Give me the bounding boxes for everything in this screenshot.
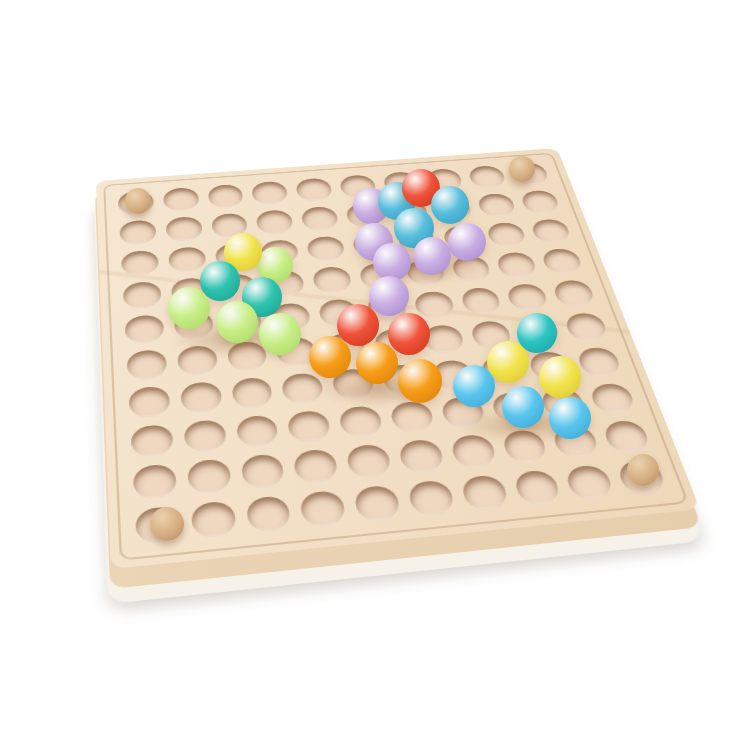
hole-cell	[339, 439, 400, 485]
hole[interactable]	[397, 439, 445, 475]
hole[interactable]	[505, 283, 550, 312]
hole-cell	[117, 277, 167, 314]
hole-cell	[177, 414, 234, 459]
hole-cell	[119, 310, 171, 349]
bead-red[interactable]	[337, 304, 379, 346]
corner-peg[interactable]	[627, 454, 659, 486]
hole[interactable]	[287, 409, 333, 443]
bead-yellow[interactable]	[487, 341, 529, 383]
hole-cell	[124, 419, 180, 464]
bead-blue[interactable]	[453, 365, 495, 407]
hole[interactable]	[230, 376, 274, 409]
hole[interactable]	[519, 189, 561, 214]
hole-cell	[157, 183, 205, 215]
hole-cell	[250, 205, 300, 238]
hole-cell	[306, 262, 359, 298]
hole-cell	[286, 444, 346, 490]
hole[interactable]	[495, 251, 539, 278]
hole-cell	[534, 244, 591, 279]
corner-peg[interactable]	[150, 507, 184, 541]
hole[interactable]	[126, 349, 167, 381]
corner-peg[interactable]	[509, 156, 535, 182]
hole[interactable]	[353, 485, 402, 523]
hole[interactable]	[119, 219, 157, 245]
bead-yellow[interactable]	[539, 356, 581, 398]
hole[interactable]	[183, 419, 227, 454]
hole-cell	[513, 186, 567, 218]
hole[interactable]	[255, 209, 294, 235]
hole[interactable]	[245, 495, 292, 533]
hole[interactable]	[165, 216, 203, 242]
hole-cell	[524, 214, 579, 247]
hole[interactable]	[588, 382, 637, 415]
hole[interactable]	[459, 287, 503, 316]
hole[interactable]	[601, 420, 652, 455]
hole[interactable]	[128, 385, 170, 418]
bead-blue[interactable]	[549, 397, 591, 439]
bead-lime[interactable]	[216, 301, 258, 343]
hole[interactable]	[312, 266, 354, 294]
hole-cell	[292, 485, 354, 534]
hole[interactable]	[186, 458, 231, 495]
hole-cell	[114, 216, 162, 250]
hole-cell	[238, 490, 299, 539]
hole-cell	[224, 372, 280, 414]
bead-lime[interactable]	[168, 287, 210, 329]
hole[interactable]	[124, 314, 164, 344]
hole-cell	[545, 275, 603, 311]
hole-cell	[295, 202, 346, 235]
bead-lavender[interactable]	[369, 276, 409, 316]
hole[interactable]	[207, 184, 245, 209]
product-photo-scene	[0, 0, 750, 750]
hole-cell	[120, 344, 173, 385]
bead-orange[interactable]	[398, 359, 442, 403]
hole[interactable]	[575, 346, 623, 377]
hole-cell	[233, 449, 292, 496]
hole-cell	[300, 232, 352, 266]
bead-lime[interactable]	[259, 313, 301, 355]
bead-red[interactable]	[388, 313, 430, 355]
hole-cell	[202, 180, 250, 212]
hole-cell	[160, 212, 209, 245]
hole[interactable]	[240, 454, 286, 490]
bead-lavender[interactable]	[448, 223, 486, 261]
hole-cell	[184, 495, 244, 545]
bead-cyan[interactable]	[431, 186, 469, 224]
hole[interactable]	[121, 249, 159, 276]
hole[interactable]	[564, 464, 616, 501]
hole[interactable]	[551, 279, 596, 307]
bead-orange[interactable]	[356, 342, 398, 384]
hole[interactable]	[563, 312, 610, 342]
hole-cell	[173, 376, 228, 418]
hole[interactable]	[338, 405, 384, 439]
hole[interactable]	[130, 423, 174, 458]
hole-cell	[180, 453, 238, 500]
hole-cell	[246, 177, 295, 209]
hole[interactable]	[306, 235, 347, 262]
hole[interactable]	[529, 218, 572, 244]
hole[interactable]	[179, 381, 222, 414]
hole[interactable]	[512, 469, 563, 506]
hole[interactable]	[190, 500, 237, 539]
hole[interactable]	[132, 464, 177, 501]
hole[interactable]	[122, 281, 161, 310]
hole-cell	[122, 381, 176, 424]
bead-orange[interactable]	[309, 336, 351, 378]
hole[interactable]	[467, 165, 508, 189]
hole-cell	[280, 405, 338, 449]
hole[interactable]	[540, 248, 584, 275]
hole[interactable]	[459, 474, 509, 511]
hole[interactable]	[299, 490, 347, 528]
hole[interactable]	[293, 449, 340, 485]
hole-cell	[115, 246, 164, 281]
hole[interactable]	[476, 193, 518, 218]
hole-cell	[126, 458, 183, 505]
hole[interactable]	[162, 187, 199, 212]
hole-cell	[331, 400, 390, 444]
hole[interactable]	[345, 444, 392, 480]
hole[interactable]	[300, 206, 340, 232]
hole-cell	[346, 479, 409, 527]
hole[interactable]	[251, 181, 289, 206]
corner-peg[interactable]	[125, 188, 151, 214]
hole[interactable]	[485, 221, 528, 247]
hole-cell	[229, 409, 287, 453]
hole[interactable]	[235, 414, 280, 449]
hole[interactable]	[406, 479, 456, 516]
hole[interactable]	[167, 246, 206, 273]
hole-cell	[289, 174, 339, 205]
hole[interactable]	[295, 177, 334, 202]
bead-blue[interactable]	[502, 386, 544, 428]
bead-lavender[interactable]	[413, 237, 451, 275]
